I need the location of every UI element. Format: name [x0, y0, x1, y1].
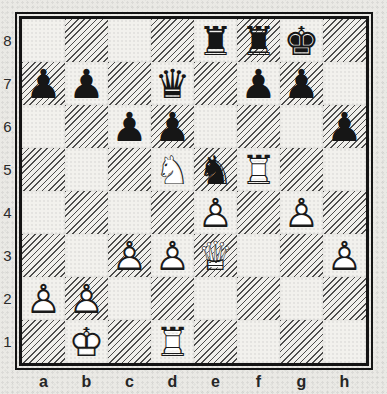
square-b3: [65, 234, 108, 277]
file-labels: abcdefgh: [22, 371, 366, 393]
square-f4: [237, 191, 280, 234]
piece-glyph: ♚: [280, 19, 323, 62]
piece-black-rook-e8: ♜: [194, 19, 237, 62]
square-c4: [108, 191, 151, 234]
file-label-d: d: [151, 371, 194, 393]
square-f6: [237, 105, 280, 148]
piece-outline-glyph: ♙: [323, 234, 366, 277]
square-d1: ♜♖: [151, 320, 194, 363]
square-g2: [280, 277, 323, 320]
chess-board: ♜♜♚♟♟♛♟♟♟♟♟♞♘♞♜♖♟♙♟♙♟♙♟♙♛♕♟♙♟♙♟♙♚♔♜♖: [22, 19, 366, 363]
piece-outline-glyph: ♖: [151, 320, 194, 363]
piece-black-pawn-g7: ♟: [280, 62, 323, 105]
square-h2: [323, 277, 366, 320]
square-c1: [108, 320, 151, 363]
square-c5: [108, 148, 151, 191]
piece-white-pawn-g4: ♟♙: [280, 191, 323, 234]
square-d7: ♛: [151, 62, 194, 105]
square-h7: [323, 62, 366, 105]
piece-black-pawn-c6: ♟: [108, 105, 151, 148]
piece-outline-glyph: ♘: [151, 148, 194, 191]
piece-outline-glyph: ♙: [22, 277, 65, 320]
piece-glyph: ♞: [194, 148, 237, 191]
square-c2: [108, 277, 151, 320]
piece-white-pawn-c3: ♟♙: [108, 234, 151, 277]
piece-white-pawn-a2: ♟♙: [22, 277, 65, 320]
piece-outline-glyph: ♖: [237, 148, 280, 191]
file-label-a: a: [22, 371, 65, 393]
rank-label-4: 4: [0, 191, 15, 234]
piece-outline-glyph: ♕: [194, 234, 237, 277]
piece-glyph: ♟: [65, 62, 108, 105]
piece-black-rook-f8: ♜: [237, 19, 280, 62]
piece-glyph: ♟: [237, 62, 280, 105]
rank-labels: 87654321: [0, 19, 15, 363]
square-e2: [194, 277, 237, 320]
piece-white-knight-d5: ♞♘: [151, 148, 194, 191]
piece-outline-glyph: ♙: [151, 234, 194, 277]
board-frame-inner: ♜♜♚♟♟♛♟♟♟♟♟♞♘♞♜♖♟♙♟♙♟♙♟♙♛♕♟♙♟♙♟♙♚♔♜♖: [19, 16, 369, 366]
piece-white-rook-f5: ♜♖: [237, 148, 280, 191]
piece-outline-glyph: ♙: [194, 191, 237, 234]
piece-black-pawn-a7: ♟: [22, 62, 65, 105]
file-label-f: f: [237, 371, 280, 393]
square-b2: ♟♙: [65, 277, 108, 320]
square-h4: [323, 191, 366, 234]
square-b4: [65, 191, 108, 234]
piece-glyph: ♜: [194, 19, 237, 62]
square-f7: ♟: [237, 62, 280, 105]
square-d3: ♟♙: [151, 234, 194, 277]
square-d2: [151, 277, 194, 320]
rank-label-8: 8: [0, 19, 15, 62]
square-a6: [22, 105, 65, 148]
rank-label-2: 2: [0, 277, 15, 320]
square-d6: ♟: [151, 105, 194, 148]
square-a8: [22, 19, 65, 62]
board-frame: ♜♜♚♟♟♛♟♟♟♟♟♞♘♞♜♖♟♙♟♙♟♙♟♙♛♕♟♙♟♙♟♙♚♔♜♖: [15, 12, 373, 370]
square-a4: [22, 191, 65, 234]
square-b8: [65, 19, 108, 62]
square-f3: [237, 234, 280, 277]
square-e8: ♜: [194, 19, 237, 62]
square-e1: [194, 320, 237, 363]
square-c7: [108, 62, 151, 105]
square-d4: [151, 191, 194, 234]
rank-label-5: 5: [0, 148, 15, 191]
file-label-h: h: [323, 371, 366, 393]
square-c3: ♟♙: [108, 234, 151, 277]
square-h8: [323, 19, 366, 62]
square-d5: ♞♘: [151, 148, 194, 191]
piece-black-pawn-f7: ♟: [237, 62, 280, 105]
square-g8: ♚: [280, 19, 323, 62]
piece-glyph: ♛: [151, 62, 194, 105]
rank-label-3: 3: [0, 234, 15, 277]
square-f2: [237, 277, 280, 320]
square-f5: ♜♖: [237, 148, 280, 191]
piece-outline-glyph: ♙: [65, 277, 108, 320]
square-e3: ♛♕: [194, 234, 237, 277]
square-g5: [280, 148, 323, 191]
piece-white-pawn-e4: ♟♙: [194, 191, 237, 234]
square-e5: ♞: [194, 148, 237, 191]
square-h5: [323, 148, 366, 191]
file-label-g: g: [280, 371, 323, 393]
piece-black-pawn-b7: ♟: [65, 62, 108, 105]
piece-black-pawn-h6: ♟: [323, 105, 366, 148]
piece-glyph: ♟: [151, 105, 194, 148]
square-a5: [22, 148, 65, 191]
piece-white-king-b1: ♚♔: [65, 320, 108, 363]
piece-white-rook-d1: ♜♖: [151, 320, 194, 363]
square-h3: ♟♙: [323, 234, 366, 277]
square-e4: ♟♙: [194, 191, 237, 234]
piece-black-king-g8: ♚: [280, 19, 323, 62]
piece-glyph: ♟: [108, 105, 151, 148]
rank-label-1: 1: [0, 320, 15, 363]
square-c6: ♟: [108, 105, 151, 148]
file-label-b: b: [65, 371, 108, 393]
square-c8: [108, 19, 151, 62]
piece-white-pawn-b2: ♟♙: [65, 277, 108, 320]
piece-white-pawn-d3: ♟♙: [151, 234, 194, 277]
file-label-e: e: [194, 371, 237, 393]
piece-black-knight-e5: ♞: [194, 148, 237, 191]
piece-glyph: ♜: [237, 19, 280, 62]
square-g1: [280, 320, 323, 363]
square-g3: [280, 234, 323, 277]
piece-black-pawn-d6: ♟: [151, 105, 194, 148]
square-g4: ♟♙: [280, 191, 323, 234]
piece-glyph: ♟: [323, 105, 366, 148]
piece-outline-glyph: ♔: [65, 320, 108, 363]
square-e7: [194, 62, 237, 105]
square-e6: [194, 105, 237, 148]
file-label-c: c: [108, 371, 151, 393]
piece-outline-glyph: ♙: [280, 191, 323, 234]
square-a1: [22, 320, 65, 363]
square-a7: ♟: [22, 62, 65, 105]
square-d8: [151, 19, 194, 62]
square-g6: [280, 105, 323, 148]
square-b7: ♟: [65, 62, 108, 105]
square-b5: [65, 148, 108, 191]
square-f8: ♜: [237, 19, 280, 62]
square-g7: ♟: [280, 62, 323, 105]
square-a2: ♟♙: [22, 277, 65, 320]
piece-glyph: ♟: [22, 62, 65, 105]
square-b1: ♚♔: [65, 320, 108, 363]
square-h1: [323, 320, 366, 363]
rank-label-7: 7: [0, 62, 15, 105]
square-f1: [237, 320, 280, 363]
piece-black-queen-d7: ♛: [151, 62, 194, 105]
rank-label-6: 6: [0, 105, 15, 148]
piece-outline-glyph: ♙: [108, 234, 151, 277]
piece-glyph: ♟: [280, 62, 323, 105]
piece-white-pawn-h3: ♟♙: [323, 234, 366, 277]
square-b6: [65, 105, 108, 148]
square-a3: [22, 234, 65, 277]
square-h6: ♟: [323, 105, 366, 148]
piece-white-queen-e3: ♛♕: [194, 234, 237, 277]
